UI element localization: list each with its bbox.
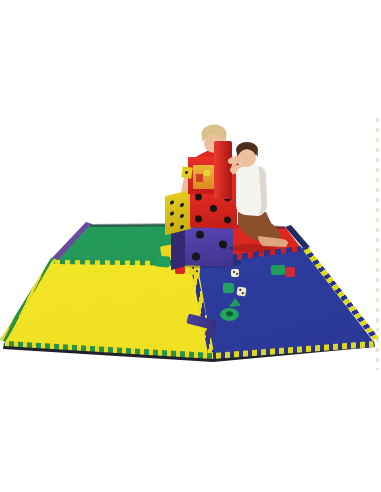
hand [230, 167, 236, 173]
face [238, 149, 256, 167]
foot [278, 240, 288, 247]
hand [228, 158, 234, 164]
child-brown-hair-white-shirt [0, 0, 381, 492]
product-photo [0, 0, 381, 492]
